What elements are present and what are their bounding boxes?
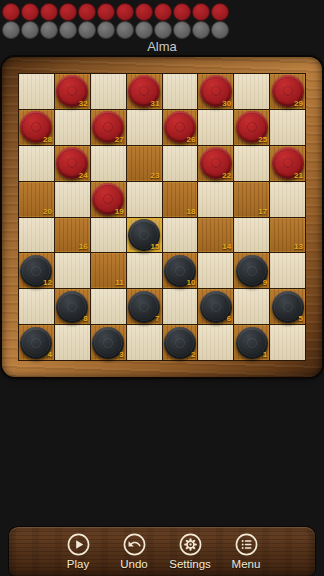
square-number: 27 bbox=[115, 135, 124, 144]
square-2[interactable]: 2 bbox=[163, 325, 198, 360]
square-32[interactable]: 32 bbox=[55, 74, 90, 109]
dark-tray-piece bbox=[2, 21, 20, 39]
dark-tray-piece bbox=[97, 21, 115, 39]
checkers-board: 3231302928272625242322212019181716151413… bbox=[2, 57, 322, 377]
piece-trays bbox=[2, 3, 230, 39]
light-square bbox=[234, 218, 269, 253]
square-number: 11 bbox=[115, 278, 123, 287]
dark-tray-piece bbox=[173, 21, 191, 39]
square-number: 8 bbox=[83, 314, 87, 323]
settings-button[interactable]: Settings bbox=[162, 527, 218, 570]
settings-icon bbox=[179, 533, 202, 556]
red-tray-piece bbox=[2, 3, 20, 21]
square-number: 25 bbox=[258, 135, 267, 144]
menu-button[interactable]: Menu bbox=[218, 527, 274, 570]
light-square bbox=[19, 218, 54, 253]
light-square bbox=[127, 325, 162, 360]
square-11[interactable]: 11 bbox=[91, 253, 126, 288]
dark-tray-piece bbox=[116, 21, 134, 39]
square-5[interactable]: 5 bbox=[270, 289, 305, 324]
dark-tray-piece bbox=[135, 21, 153, 39]
red-tray bbox=[2, 3, 230, 20]
light-square bbox=[163, 74, 198, 109]
square-number: 4 bbox=[47, 350, 51, 359]
square-21[interactable]: 21 bbox=[270, 146, 305, 181]
dark-tray-piece bbox=[59, 21, 77, 39]
square-number: 5 bbox=[299, 314, 303, 323]
light-square bbox=[198, 253, 233, 288]
light-square bbox=[234, 289, 269, 324]
light-square bbox=[163, 218, 198, 253]
dark-tray-piece bbox=[154, 21, 172, 39]
red-tray-piece bbox=[192, 3, 210, 21]
square-12[interactable]: 12 bbox=[19, 253, 54, 288]
square-number: 19 bbox=[115, 207, 124, 216]
light-square bbox=[55, 253, 90, 288]
square-number: 30 bbox=[222, 99, 231, 108]
square-number: 26 bbox=[186, 135, 195, 144]
light-square bbox=[55, 110, 90, 145]
light-square bbox=[270, 110, 305, 145]
undo-icon bbox=[123, 533, 146, 556]
square-number: 7 bbox=[155, 314, 159, 323]
square-number: 23 bbox=[151, 171, 160, 180]
square-number: 21 bbox=[294, 171, 303, 180]
light-square bbox=[55, 325, 90, 360]
light-square bbox=[91, 74, 126, 109]
square-24[interactable]: 24 bbox=[55, 146, 90, 181]
square-number: 13 bbox=[294, 242, 303, 251]
square-number: 6 bbox=[227, 314, 231, 323]
square-13[interactable]: 13 bbox=[270, 218, 305, 253]
red-tray-piece bbox=[97, 3, 115, 21]
square-number: 15 bbox=[151, 242, 160, 251]
dark-tray bbox=[2, 21, 230, 38]
light-square bbox=[234, 74, 269, 109]
square-number: 18 bbox=[186, 207, 195, 216]
light-square bbox=[270, 182, 305, 217]
square-number: 14 bbox=[222, 242, 231, 251]
square-number: 2 bbox=[191, 350, 195, 359]
red-tray-piece bbox=[173, 3, 191, 21]
square-number: 12 bbox=[43, 278, 52, 287]
square-4[interactable]: 4 bbox=[19, 325, 54, 360]
square-number: 1 bbox=[263, 350, 267, 359]
square-22[interactable]: 22 bbox=[198, 146, 233, 181]
menu-label: Menu bbox=[232, 558, 261, 570]
square-15[interactable]: 15 bbox=[127, 218, 162, 253]
dark-tray-piece bbox=[40, 21, 58, 39]
square-19[interactable]: 19 bbox=[91, 182, 126, 217]
red-tray-piece bbox=[116, 3, 134, 21]
square-17[interactable]: 17 bbox=[234, 182, 269, 217]
play-button[interactable]: Play bbox=[50, 527, 106, 570]
square-6[interactable]: 6 bbox=[198, 289, 233, 324]
light-square bbox=[127, 253, 162, 288]
square-20[interactable]: 20 bbox=[19, 182, 54, 217]
light-square bbox=[55, 182, 90, 217]
square-18[interactable]: 18 bbox=[163, 182, 198, 217]
light-square bbox=[127, 182, 162, 217]
square-26[interactable]: 26 bbox=[163, 110, 198, 145]
red-tray-piece bbox=[40, 3, 58, 21]
square-9[interactable]: 9 bbox=[234, 253, 269, 288]
light-square bbox=[19, 289, 54, 324]
square-number: 31 bbox=[151, 99, 160, 108]
square-25[interactable]: 25 bbox=[234, 110, 269, 145]
square-number: 20 bbox=[43, 207, 52, 216]
red-tray-piece bbox=[135, 3, 153, 21]
board-grid: 3231302928272625242322212019181716151413… bbox=[19, 74, 305, 360]
square-number: 24 bbox=[79, 171, 88, 180]
square-number: 32 bbox=[79, 99, 88, 108]
dark-tray-piece bbox=[192, 21, 210, 39]
square-number: 22 bbox=[222, 171, 231, 180]
square-7[interactable]: 7 bbox=[127, 289, 162, 324]
light-square bbox=[163, 146, 198, 181]
red-tray-piece bbox=[211, 3, 229, 21]
play-icon bbox=[67, 533, 90, 556]
square-31[interactable]: 31 bbox=[127, 74, 162, 109]
red-tray-piece bbox=[154, 3, 172, 21]
red-tray-piece bbox=[78, 3, 96, 21]
square-8[interactable]: 8 bbox=[55, 289, 90, 324]
square-23[interactable]: 23 bbox=[127, 146, 162, 181]
light-square bbox=[270, 325, 305, 360]
square-10[interactable]: 10 bbox=[163, 253, 198, 288]
light-square bbox=[91, 289, 126, 324]
square-number: 10 bbox=[186, 278, 195, 287]
square-number: 3 bbox=[119, 350, 123, 359]
light-square bbox=[270, 253, 305, 288]
light-square bbox=[19, 74, 54, 109]
square-number: 29 bbox=[294, 99, 303, 108]
light-square bbox=[91, 218, 126, 253]
red-tray-piece bbox=[21, 3, 39, 21]
undo-label: Undo bbox=[120, 558, 148, 570]
red-tray-piece bbox=[59, 3, 77, 21]
bottom-toolbar: Play Undo bbox=[9, 527, 315, 576]
light-square bbox=[198, 325, 233, 360]
square-28[interactable]: 28 bbox=[19, 110, 54, 145]
square-14[interactable]: 14 bbox=[198, 218, 233, 253]
square-number: 9 bbox=[263, 278, 267, 287]
settings-label: Settings bbox=[169, 558, 211, 570]
dark-tray-piece bbox=[78, 21, 96, 39]
light-square bbox=[127, 110, 162, 145]
undo-button[interactable]: Undo bbox=[106, 527, 162, 570]
player-name: Alma bbox=[0, 39, 324, 55]
square-number: 16 bbox=[79, 242, 88, 251]
square-29[interactable]: 29 bbox=[270, 74, 305, 109]
dark-tray-piece bbox=[211, 21, 229, 39]
app-screen: Alma 32313029282726252423222120191817161… bbox=[0, 0, 324, 576]
square-number: 28 bbox=[43, 135, 52, 144]
menu-icon bbox=[235, 533, 258, 556]
square-number: 17 bbox=[258, 207, 267, 216]
dark-tray-piece bbox=[21, 21, 39, 39]
light-square bbox=[91, 146, 126, 181]
light-square bbox=[234, 146, 269, 181]
light-square bbox=[163, 289, 198, 324]
square-1[interactable]: 1 bbox=[234, 325, 269, 360]
square-30[interactable]: 30 bbox=[198, 74, 233, 109]
light-square bbox=[198, 110, 233, 145]
play-label: Play bbox=[67, 558, 89, 570]
light-square bbox=[198, 182, 233, 217]
light-square bbox=[19, 146, 54, 181]
square-16[interactable]: 16 bbox=[55, 218, 90, 253]
square-27[interactable]: 27 bbox=[91, 110, 126, 145]
square-3[interactable]: 3 bbox=[91, 325, 126, 360]
